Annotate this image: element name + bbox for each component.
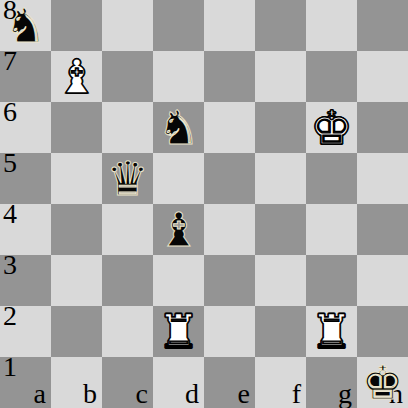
piece-black-queen-c5[interactable]: ♛ <box>102 153 153 204</box>
file-label-e: e <box>238 380 250 408</box>
square-h2[interactable] <box>357 306 408 357</box>
square-a7[interactable]: 7 <box>0 51 51 102</box>
square-b6[interactable] <box>51 102 102 153</box>
square-d8[interactable] <box>153 0 204 51</box>
square-b8[interactable] <box>51 0 102 51</box>
square-f8[interactable] <box>255 0 306 51</box>
square-f5[interactable] <box>255 153 306 204</box>
square-e3[interactable] <box>204 255 255 306</box>
square-c1[interactable]: c <box>102 357 153 408</box>
rank-label-6: 6 <box>3 98 17 126</box>
square-h1[interactable]: h♚ <box>357 357 408 408</box>
file-label-a: a <box>34 380 46 408</box>
square-g5[interactable] <box>306 153 357 204</box>
file-label-c: c <box>136 380 148 408</box>
square-h6[interactable] <box>357 102 408 153</box>
square-d3[interactable] <box>153 255 204 306</box>
square-e4[interactable] <box>204 204 255 255</box>
square-d2[interactable]: ♜ <box>153 306 204 357</box>
piece-black-knight-d6[interactable]: ♞ <box>153 102 204 153</box>
square-a2[interactable]: 2 <box>0 306 51 357</box>
square-e2[interactable] <box>204 306 255 357</box>
square-a8[interactable]: 8♞ <box>0 0 51 51</box>
square-e6[interactable] <box>204 102 255 153</box>
square-a5[interactable]: 5 <box>0 153 51 204</box>
square-f3[interactable] <box>255 255 306 306</box>
square-a1[interactable]: 1a <box>0 357 51 408</box>
square-g7[interactable] <box>306 51 357 102</box>
file-label-d: d <box>185 380 199 408</box>
square-d5[interactable] <box>153 153 204 204</box>
square-c8[interactable] <box>102 0 153 51</box>
square-c3[interactable] <box>102 255 153 306</box>
piece-black-king-h1[interactable]: ♚ <box>357 357 408 408</box>
square-g1[interactable]: g <box>306 357 357 408</box>
square-a6[interactable]: 6 <box>0 102 51 153</box>
square-a3[interactable]: 3 <box>0 255 51 306</box>
square-e1[interactable]: e <box>204 357 255 408</box>
square-g3[interactable] <box>306 255 357 306</box>
square-e5[interactable] <box>204 153 255 204</box>
rank-label-1: 1 <box>3 353 17 381</box>
square-c2[interactable] <box>102 306 153 357</box>
square-h5[interactable] <box>357 153 408 204</box>
square-b7[interactable]: ♝ <box>51 51 102 102</box>
rank-label-4: 4 <box>3 200 17 228</box>
piece-white-rook-g2[interactable]: ♜ <box>306 306 357 357</box>
rank-label-5: 5 <box>3 149 17 177</box>
square-g6[interactable]: ♚ <box>306 102 357 153</box>
square-a4[interactable]: 4 <box>0 204 51 255</box>
square-d4[interactable]: ♝ <box>153 204 204 255</box>
square-g8[interactable] <box>306 0 357 51</box>
square-d1[interactable]: d <box>153 357 204 408</box>
square-d6[interactable]: ♞ <box>153 102 204 153</box>
square-f7[interactable] <box>255 51 306 102</box>
square-c5[interactable]: ♛ <box>102 153 153 204</box>
square-b1[interactable]: b <box>51 357 102 408</box>
piece-white-rook-d2[interactable]: ♜ <box>153 306 204 357</box>
square-e8[interactable] <box>204 0 255 51</box>
square-h4[interactable] <box>357 204 408 255</box>
square-h8[interactable] <box>357 0 408 51</box>
piece-black-knight-a8[interactable]: ♞ <box>0 0 51 51</box>
square-f4[interactable] <box>255 204 306 255</box>
square-h7[interactable] <box>357 51 408 102</box>
square-d7[interactable] <box>153 51 204 102</box>
square-c6[interactable] <box>102 102 153 153</box>
file-label-b: b <box>83 380 97 408</box>
square-f2[interactable] <box>255 306 306 357</box>
square-c7[interactable] <box>102 51 153 102</box>
square-f1[interactable]: f <box>255 357 306 408</box>
square-g2[interactable]: ♜ <box>306 306 357 357</box>
piece-white-bishop-b7[interactable]: ♝ <box>51 51 102 102</box>
square-h3[interactable] <box>357 255 408 306</box>
square-b4[interactable] <box>51 204 102 255</box>
chess-board: 8♞7♝6♞♚5♛4♝32♜♜1abcdefgh♚ <box>0 0 408 408</box>
file-label-g: g <box>338 380 352 408</box>
square-b3[interactable] <box>51 255 102 306</box>
rank-label-3: 3 <box>3 251 17 279</box>
square-c4[interactable] <box>102 204 153 255</box>
piece-black-bishop-d4[interactable]: ♝ <box>153 204 204 255</box>
square-e7[interactable] <box>204 51 255 102</box>
square-b5[interactable] <box>51 153 102 204</box>
square-b2[interactable] <box>51 306 102 357</box>
piece-white-king-g6[interactable]: ♚ <box>306 102 357 153</box>
square-f6[interactable] <box>255 102 306 153</box>
file-label-f: f <box>292 380 301 408</box>
rank-label-2: 2 <box>3 302 17 330</box>
square-g4[interactable] <box>306 204 357 255</box>
